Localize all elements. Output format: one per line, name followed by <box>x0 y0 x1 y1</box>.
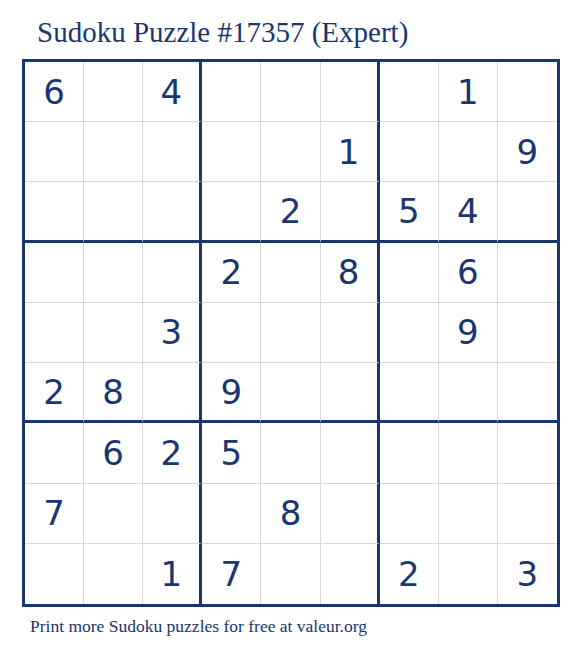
cell-r1c6[interactable] <box>321 62 380 122</box>
cell-r6c8[interactable] <box>439 363 498 423</box>
cell-r8c2[interactable] <box>84 484 143 544</box>
cell-r9c1[interactable] <box>25 544 84 604</box>
cell-r7c1[interactable] <box>25 423 84 483</box>
cell-r5c2[interactable] <box>84 303 143 363</box>
cell-r6c9[interactable] <box>498 363 557 423</box>
cell-r1c5[interactable] <box>261 62 320 122</box>
cell-r4c6[interactable]: 8 <box>321 243 380 303</box>
cell-r6c2[interactable]: 8 <box>84 363 143 423</box>
cell-r8c8[interactable] <box>439 484 498 544</box>
cell-r1c2[interactable] <box>84 62 143 122</box>
cell-r3c4[interactable] <box>202 182 261 242</box>
cell-r2c6[interactable]: 1 <box>321 122 380 182</box>
cell-r1c1[interactable]: 6 <box>25 62 84 122</box>
cell-r5c7[interactable] <box>380 303 439 363</box>
cell-r3c7[interactable]: 5 <box>380 182 439 242</box>
cell-r7c3[interactable]: 2 <box>143 423 202 483</box>
cell-r2c1[interactable] <box>25 122 84 182</box>
cell-r2c3[interactable] <box>143 122 202 182</box>
cell-r3c2[interactable] <box>84 182 143 242</box>
cell-r2c8[interactable] <box>439 122 498 182</box>
cell-r3c1[interactable] <box>25 182 84 242</box>
cell-r5c8[interactable]: 9 <box>439 303 498 363</box>
cell-r7c4[interactable]: 5 <box>202 423 261 483</box>
cell-r2c7[interactable] <box>380 122 439 182</box>
cell-r6c3[interactable] <box>143 363 202 423</box>
cell-r5c3[interactable]: 3 <box>143 303 202 363</box>
cell-r9c8[interactable] <box>439 544 498 604</box>
page-title: Sudoku Puzzle #17357 (Expert) <box>37 16 408 49</box>
cell-r4c9[interactable] <box>498 243 557 303</box>
cell-r5c1[interactable] <box>25 303 84 363</box>
cell-r4c3[interactable] <box>143 243 202 303</box>
cell-r6c1[interactable]: 2 <box>25 363 84 423</box>
cell-r6c4[interactable]: 9 <box>202 363 261 423</box>
cell-r9c3[interactable]: 1 <box>143 544 202 604</box>
sudoku-board: 6411925428639289625781723 <box>22 59 560 607</box>
cell-r5c9[interactable] <box>498 303 557 363</box>
cell-r2c2[interactable] <box>84 122 143 182</box>
cell-r8c3[interactable] <box>143 484 202 544</box>
cell-r5c4[interactable] <box>202 303 261 363</box>
cell-r3c6[interactable] <box>321 182 380 242</box>
cell-r4c1[interactable] <box>25 243 84 303</box>
cell-r1c9[interactable] <box>498 62 557 122</box>
cell-r3c9[interactable] <box>498 182 557 242</box>
cell-r7c5[interactable] <box>261 423 320 483</box>
cell-r7c8[interactable] <box>439 423 498 483</box>
cell-r7c2[interactable]: 6 <box>84 423 143 483</box>
cell-r9c2[interactable] <box>84 544 143 604</box>
cell-r2c5[interactable] <box>261 122 320 182</box>
cell-r4c4[interactable]: 2 <box>202 243 261 303</box>
cell-r8c9[interactable] <box>498 484 557 544</box>
cell-r7c9[interactable] <box>498 423 557 483</box>
cell-r6c7[interactable] <box>380 363 439 423</box>
cell-r1c7[interactable] <box>380 62 439 122</box>
cell-r9c7[interactable]: 2 <box>380 544 439 604</box>
cell-r8c1[interactable]: 7 <box>25 484 84 544</box>
cell-r6c6[interactable] <box>321 363 380 423</box>
cell-r6c5[interactable] <box>261 363 320 423</box>
cell-r2c4[interactable] <box>202 122 261 182</box>
cell-r8c4[interactable] <box>202 484 261 544</box>
cell-r7c6[interactable] <box>321 423 380 483</box>
cell-r4c5[interactable] <box>261 243 320 303</box>
cell-r9c4[interactable]: 7 <box>202 544 261 604</box>
cell-r7c7[interactable] <box>380 423 439 483</box>
cell-r3c8[interactable]: 4 <box>439 182 498 242</box>
cell-r3c5[interactable]: 2 <box>261 182 320 242</box>
cell-r1c8[interactable]: 1 <box>439 62 498 122</box>
cell-r9c6[interactable] <box>321 544 380 604</box>
cell-r8c7[interactable] <box>380 484 439 544</box>
cell-r1c3[interactable]: 4 <box>143 62 202 122</box>
cell-r8c5[interactable]: 8 <box>261 484 320 544</box>
cell-r9c5[interactable] <box>261 544 320 604</box>
cell-r5c5[interactable] <box>261 303 320 363</box>
cell-r4c7[interactable] <box>380 243 439 303</box>
cell-r8c6[interactable] <box>321 484 380 544</box>
cell-r4c8[interactable]: 6 <box>439 243 498 303</box>
cell-r2c9[interactable]: 9 <box>498 122 557 182</box>
cell-r1c4[interactable] <box>202 62 261 122</box>
footer-text: Print more Sudoku puzzles for free at va… <box>30 616 367 637</box>
cell-r3c3[interactable] <box>143 182 202 242</box>
cell-r9c9[interactable]: 3 <box>498 544 557 604</box>
cell-r4c2[interactable] <box>84 243 143 303</box>
cell-r5c6[interactable] <box>321 303 380 363</box>
